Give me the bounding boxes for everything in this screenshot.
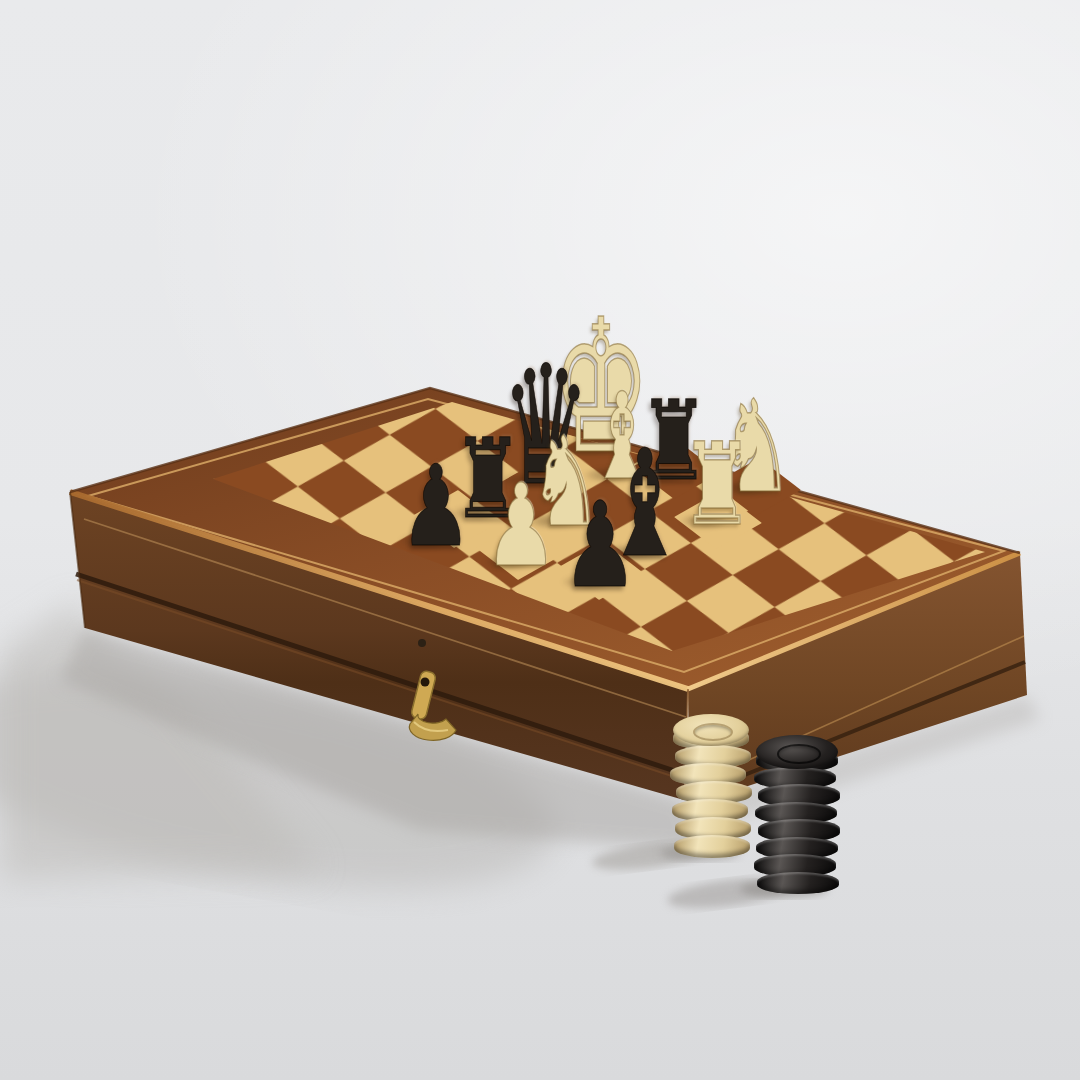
black-checkers-stack[interactable] xyxy=(756,735,838,909)
chess-piece-white-pawn[interactable]: ♟ xyxy=(484,469,558,583)
cream-checkers-stack[interactable] xyxy=(673,714,749,872)
keyhole-screw-dot xyxy=(418,639,426,647)
chess-piece-black-pawn[interactable]: ♟ xyxy=(400,450,472,562)
studio-photo-chess-box-scene: { "game": "chess", "scene": "Closed fold… xyxy=(0,0,1080,1080)
checker-disc xyxy=(757,872,839,895)
chess-piece-black-pawn[interactable]: ♟ xyxy=(562,486,638,604)
checker-disc xyxy=(674,835,750,858)
checker-top-recess-ring xyxy=(777,744,820,763)
chess-piece-white-rook[interactable]: ♜ xyxy=(680,428,754,542)
